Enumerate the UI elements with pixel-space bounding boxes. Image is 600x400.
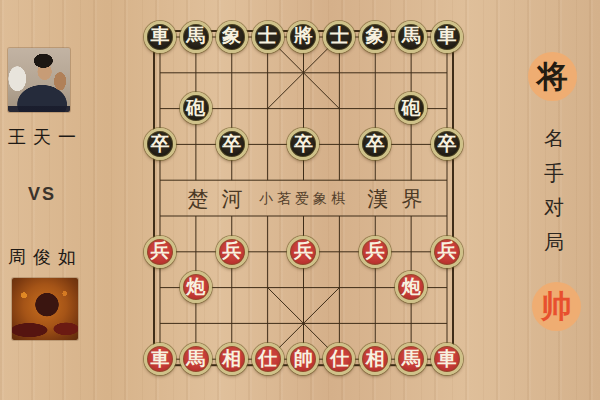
piece-glyph: 車 [438, 26, 457, 45]
piece-glyph: 兵 [222, 241, 241, 260]
vertical-label-char: 对 [544, 190, 564, 225]
piece-black-advisor-c3r0[interactable]: 士 [250, 19, 286, 55]
piece-black-soldier-c4r3[interactable]: 卒 [286, 126, 322, 162]
piece-glyph: 兵 [150, 241, 169, 260]
piece-glyph: 士 [258, 26, 277, 45]
piece-red-chariot-c0r9[interactable]: 車 [142, 341, 178, 377]
xiangqi-app: 王天一 VS 周俊如 楚河 小茗爱象棋 漢界 車馬象士將士象馬車砲砲卒卒卒卒卒兵… [0, 0, 600, 400]
black-general-badge: 将 [528, 52, 577, 101]
piece-glyph: 兵 [294, 241, 313, 260]
piece-black-horse-c1r0[interactable]: 馬 [178, 19, 214, 55]
piece-red-general-c4r9[interactable]: 帥 [286, 341, 322, 377]
piece-glyph: 卒 [294, 134, 313, 153]
piece-black-cannon-c1r2[interactable]: 砲 [178, 91, 214, 127]
player-name-bottom: 周俊如 [0, 245, 84, 269]
piece-red-elephant-c6r9[interactable]: 相 [357, 341, 393, 377]
xiangqi-board: 車馬象士將士象馬車砲砲卒卒卒卒卒兵兵兵兵兵炮炮車馬相仕帥仕相馬車 [142, 19, 465, 377]
piece-glyph: 馬 [402, 26, 421, 45]
piece-glyph: 相 [222, 349, 241, 368]
piece-glyph: 卒 [150, 134, 169, 153]
piece-red-soldier-c6r6[interactable]: 兵 [357, 234, 393, 270]
piece-glyph: 象 [366, 26, 385, 45]
player-name-top: 王天一 [0, 125, 84, 149]
piece-black-elephant-c2r0[interactable]: 象 [214, 19, 250, 55]
piece-red-soldier-c2r6[interactable]: 兵 [214, 234, 250, 270]
piece-glyph: 車 [438, 349, 457, 368]
piece-glyph: 炮 [186, 277, 205, 296]
piece-glyph: 將 [294, 26, 313, 45]
vertical-label-char: 局 [544, 225, 564, 260]
piece-black-soldier-c6r3[interactable]: 卒 [357, 126, 393, 162]
piece-glyph: 馬 [186, 26, 205, 45]
vs-label: VS [0, 184, 84, 205]
vertical-label-char: 手 [544, 156, 564, 191]
piece-black-cannon-c7r2[interactable]: 砲 [393, 91, 429, 127]
piece-black-elephant-c6r0[interactable]: 象 [357, 19, 393, 55]
match-title-vertical: 名手对局 [540, 121, 568, 259]
piece-red-elephant-c2r9[interactable]: 相 [214, 341, 250, 377]
piece-black-advisor-c5r0[interactable]: 士 [321, 19, 357, 55]
piece-glyph: 馬 [402, 349, 421, 368]
piece-glyph: 兵 [366, 241, 385, 260]
piece-black-general-c4r0[interactable]: 將 [286, 19, 322, 55]
piece-glyph: 仕 [330, 349, 349, 368]
piece-red-advisor-c3r9[interactable]: 仕 [250, 341, 286, 377]
piece-red-soldier-c8r6[interactable]: 兵 [429, 234, 465, 270]
piece-red-advisor-c5r9[interactable]: 仕 [321, 341, 357, 377]
piece-glyph: 士 [330, 26, 349, 45]
piece-glyph: 卒 [222, 134, 241, 153]
piece-glyph: 炮 [402, 277, 421, 296]
piece-black-soldier-c0r3[interactable]: 卒 [142, 126, 178, 162]
player-photo-bottom [12, 278, 78, 340]
piece-black-horse-c7r0[interactable]: 馬 [393, 19, 429, 55]
piece-glyph: 馬 [186, 349, 205, 368]
piece-glyph: 帥 [294, 349, 313, 368]
piece-red-cannon-c1r7[interactable]: 炮 [178, 270, 214, 306]
piece-glyph: 象 [222, 26, 241, 45]
piece-glyph: 兵 [438, 241, 457, 260]
piece-glyph: 卒 [438, 134, 457, 153]
piece-glyph: 卒 [366, 134, 385, 153]
piece-black-soldier-c2r3[interactable]: 卒 [214, 126, 250, 162]
piece-black-chariot-c8r0[interactable]: 車 [429, 19, 465, 55]
piece-glyph: 車 [150, 26, 169, 45]
piece-red-chariot-c8r9[interactable]: 車 [429, 341, 465, 377]
piece-glyph: 車 [150, 349, 169, 368]
red-general-badge-char: 帅 [541, 291, 572, 322]
piece-black-soldier-c8r3[interactable]: 卒 [429, 126, 465, 162]
piece-red-horse-c1r9[interactable]: 馬 [178, 341, 214, 377]
piece-red-horse-c7r9[interactable]: 馬 [393, 341, 429, 377]
piece-glyph: 仕 [258, 349, 277, 368]
piece-red-soldier-c4r6[interactable]: 兵 [286, 234, 322, 270]
vertical-label-char: 名 [544, 121, 564, 156]
piece-red-cannon-c7r7[interactable]: 炮 [393, 270, 429, 306]
black-general-badge-char: 将 [537, 61, 568, 92]
piece-red-soldier-c0r6[interactable]: 兵 [142, 234, 178, 270]
piece-black-chariot-c0r0[interactable]: 車 [142, 19, 178, 55]
red-general-badge: 帅 [532, 282, 581, 331]
piece-glyph: 砲 [402, 98, 421, 117]
piece-glyph: 砲 [186, 98, 205, 117]
piece-glyph: 相 [366, 349, 385, 368]
player-photo-top [8, 48, 70, 112]
